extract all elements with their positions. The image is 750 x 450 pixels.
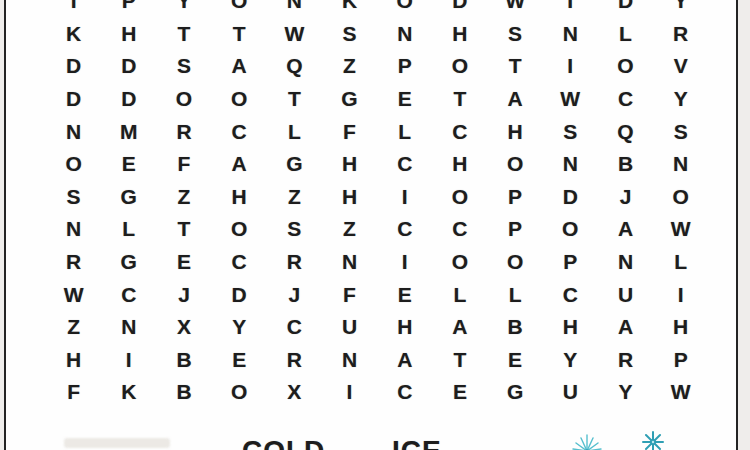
grid-cell-r2c6[interactable]: S [322, 18, 377, 51]
grid-cell-r6c11[interactable]: B [598, 148, 653, 181]
puzzle-sheet: IPYONKODWIDYKHTTWSNHSNLRDDSAQZPOTIOVDDOO… [4, 0, 738, 450]
grid-cell-r2c7[interactable]: N [377, 18, 432, 51]
grid-cell-r4c8[interactable]: T [432, 83, 487, 116]
grid-cell-r11c6[interactable]: U [322, 311, 377, 344]
grid-cell-r1c1[interactable]: I [46, 0, 101, 18]
word-list-item-faded [64, 438, 170, 448]
grid-cell-r1c6[interactable]: K [322, 0, 377, 18]
grid-cell-r7c12[interactable]: O [653, 181, 708, 214]
grid-cell-r11c4[interactable]: Y [212, 311, 267, 344]
grid-cell-r1c11[interactable]: D [598, 0, 653, 18]
grid-cell-r2c3[interactable]: T [156, 18, 211, 51]
grid-cell-r8c1[interactable]: N [46, 213, 101, 246]
snowflake-icon [640, 429, 666, 450]
grid-cell-r7c1[interactable]: S [46, 181, 101, 214]
grid-cell-r10c8[interactable]: L [432, 278, 487, 311]
grid-cell-r8c10[interactable]: O [543, 213, 598, 246]
grid-cell-r5c12[interactable]: S [653, 115, 708, 148]
grid-cell-r7c2[interactable]: G [101, 181, 156, 214]
grid-cell-r7c4[interactable]: H [212, 181, 267, 214]
grid-cell-r8c4[interactable]: O [212, 213, 267, 246]
grid-cell-r6c5[interactable]: G [267, 148, 322, 181]
grid-cell-r4c3[interactable]: O [156, 83, 211, 116]
grid-cell-r10c3[interactable]: J [156, 278, 211, 311]
grid-cell-r13c6[interactable]: I [322, 376, 377, 409]
grid-cell-r9c10[interactable]: P [543, 246, 598, 279]
grid-cell-r1c10[interactable]: I [543, 0, 598, 18]
grid-cell-r7c5[interactable]: Z [267, 181, 322, 214]
grid-cell-r8c12[interactable]: W [653, 213, 708, 246]
grid-cell-r8c11[interactable]: A [598, 213, 653, 246]
grid-cell-r3c7[interactable]: P [377, 50, 432, 83]
grid-cell-r8c5[interactable]: S [267, 213, 322, 246]
grid-cell-r8c9[interactable]: P [488, 213, 543, 246]
grid-cell-r2c11[interactable]: L [598, 18, 653, 51]
grid-cell-r3c12[interactable]: V [653, 50, 708, 83]
grid-cell-r11c12[interactable]: H [653, 311, 708, 344]
grid-cell-r12c4[interactable]: E [212, 344, 267, 377]
grid-cell-r4c4[interactable]: O [212, 83, 267, 116]
grid-cell-r8c6[interactable]: Z [322, 213, 377, 246]
grid-cell-r3c5[interactable]: Q [267, 50, 322, 83]
grid-cell-r4c7[interactable]: E [377, 83, 432, 116]
grid-cell-r7c9[interactable]: P [488, 181, 543, 214]
grid-cell-r1c5[interactable]: N [267, 0, 322, 18]
grid-cell-r13c12[interactable]: W [653, 376, 708, 409]
grid-cell-r5c8[interactable]: C [432, 115, 487, 148]
grid-cell-r5c7[interactable]: L [377, 115, 432, 148]
grid-cell-r10c7[interactable]: E [377, 278, 432, 311]
grid-cell-r6c2[interactable]: E [101, 148, 156, 181]
grid-cell-r1c3[interactable]: Y [156, 0, 211, 18]
grid-cell-r9c6[interactable]: N [322, 246, 377, 279]
grid-cell-r7c6[interactable]: H [322, 181, 377, 214]
grid-cell-r2c4[interactable]: T [212, 18, 267, 51]
grid-cell-r2c5[interactable]: W [267, 18, 322, 51]
grid-cell-r6c3[interactable]: F [156, 148, 211, 181]
grid-cell-r13c11[interactable]: Y [598, 376, 653, 409]
grid-cell-r2c8[interactable]: H [432, 18, 487, 51]
grid-cell-r10c9[interactable]: L [488, 278, 543, 311]
grid-cell-r13c2[interactable]: K [101, 376, 156, 409]
grid-cell-r5c2[interactable]: M [101, 115, 156, 148]
grid-cell-r5c9[interactable]: H [488, 115, 543, 148]
grid-cell-r7c10[interactable]: D [543, 181, 598, 214]
grid-cell-r6c1[interactable]: O [46, 148, 101, 181]
word-list-item-ice: ICE [392, 435, 442, 450]
grid-cell-r3c10[interactable]: I [543, 50, 598, 83]
grid-cell-r11c1[interactable]: Z [46, 311, 101, 344]
grid-cell-r3c1[interactable]: D [46, 50, 101, 83]
grid-cell-r11c8[interactable]: A [432, 311, 487, 344]
grid-cell-r4c11[interactable]: C [598, 83, 653, 116]
grid-cell-r2c2[interactable]: H [101, 18, 156, 51]
grid-cell-r12c2[interactable]: I [101, 344, 156, 377]
grid-cell-r2c10[interactable]: N [543, 18, 598, 51]
grid-cell-r11c7[interactable]: H [377, 311, 432, 344]
grid-cell-r6c6[interactable]: H [322, 148, 377, 181]
grid-cell-r6c12[interactable]: N [653, 148, 708, 181]
grid-cell-r5c5[interactable]: L [267, 115, 322, 148]
grid-cell-r9c9[interactable]: O [488, 246, 543, 279]
word-list-item-cold: COLD [242, 435, 325, 450]
grid-cell-r9c12[interactable]: L [653, 246, 708, 279]
grid-cell-r3c4[interactable]: A [212, 50, 267, 83]
grid-cell-r6c7[interactable]: C [377, 148, 432, 181]
grid-cell-r5c6[interactable]: F [322, 115, 377, 148]
grid-cell-r10c1[interactable]: W [46, 278, 101, 311]
grid-cell-r13c9[interactable]: G [488, 376, 543, 409]
grid-cell-r12c6[interactable]: N [322, 344, 377, 377]
grid-cell-r10c5[interactable]: J [267, 278, 322, 311]
grid-cell-r13c4[interactable]: O [212, 376, 267, 409]
grid-cell-r13c1[interactable]: F [46, 376, 101, 409]
grid-cell-r1c2[interactable]: P [101, 0, 156, 18]
grid-cell-r12c7[interactable]: A [377, 344, 432, 377]
grid-cell-r4c2[interactable]: D [101, 83, 156, 116]
grid-cell-r11c10[interactable]: H [543, 311, 598, 344]
grid-cell-r1c9[interactable]: W [488, 0, 543, 18]
grid-cell-r10c10[interactable]: C [543, 278, 598, 311]
grid-cell-r10c6[interactable]: F [322, 278, 377, 311]
grid-cell-r4c1[interactable]: D [46, 83, 101, 116]
grid-cell-r5c10[interactable]: S [543, 115, 598, 148]
grid-cell-r3c3[interactable]: S [156, 50, 211, 83]
grid-cell-r10c11[interactable]: U [598, 278, 653, 311]
grid-cell-r8c8[interactable]: C [432, 213, 487, 246]
snowflake-icon [570, 431, 606, 450]
grid-cell-r10c12[interactable]: I [653, 278, 708, 311]
grid-cell-r13c10[interactable]: U [543, 376, 598, 409]
grid-cell-r13c7[interactable]: C [377, 376, 432, 409]
grid-cell-r4c5[interactable]: T [267, 83, 322, 116]
grid-cell-r12c12[interactable]: P [653, 344, 708, 377]
grid-cell-r5c4[interactable]: C [212, 115, 267, 148]
grid-cell-r11c3[interactable]: X [156, 311, 211, 344]
grid-cell-r13c3[interactable]: B [156, 376, 211, 409]
grid-cell-r6c4[interactable]: A [212, 148, 267, 181]
grid-cell-r10c2[interactable]: C [101, 278, 156, 311]
grid-cell-r9c4[interactable]: C [212, 246, 267, 279]
grid-cell-r6c9[interactable]: O [488, 148, 543, 181]
grid-cell-r11c9[interactable]: B [488, 311, 543, 344]
grid-cell-r13c8[interactable]: E [432, 376, 487, 409]
grid-cell-r5c1[interactable]: N [46, 115, 101, 148]
grid-cell-r8c7[interactable]: C [377, 213, 432, 246]
grid-cell-r6c10[interactable]: N [543, 148, 598, 181]
grid-cell-r4c12[interactable]: Y [653, 83, 708, 116]
grid-cell-r2c9[interactable]: S [488, 18, 543, 51]
grid-cell-r12c1[interactable]: H [46, 344, 101, 377]
grid-cell-r12c3[interactable]: B [156, 344, 211, 377]
word-search-grid: IPYONKODWIDYKHTTWSNHSNLRDDSAQZPOTIOVDDOO… [46, 0, 708, 409]
grid-cell-r9c3[interactable]: E [156, 246, 211, 279]
grid-cell-r7c8[interactable]: O [432, 181, 487, 214]
grid-cell-r6c8[interactable]: H [432, 148, 487, 181]
grid-cell-r3c6[interactable]: Z [322, 50, 377, 83]
grid-cell-r12c8[interactable]: T [432, 344, 487, 377]
grid-cell-r12c11[interactable]: R [598, 344, 653, 377]
grid-cell-r3c8[interactable]: O [432, 50, 487, 83]
grid-cell-r7c3[interactable]: Z [156, 181, 211, 214]
grid-cell-r9c5[interactable]: R [267, 246, 322, 279]
grid-cell-r11c11[interactable]: A [598, 311, 653, 344]
grid-cell-r13c5[interactable]: X [267, 376, 322, 409]
grid-cell-r9c2[interactable]: G [101, 246, 156, 279]
grid-cell-r3c2[interactable]: D [101, 50, 156, 83]
grid-cell-r9c1[interactable]: R [46, 246, 101, 279]
grid-cell-r1c8[interactable]: D [432, 0, 487, 18]
grid-cell-r2c12[interactable]: R [653, 18, 708, 51]
grid-cell-r7c11[interactable]: J [598, 181, 653, 214]
grid-cell-r7c7[interactable]: I [377, 181, 432, 214]
grid-cell-r4c9[interactable]: A [488, 83, 543, 116]
grid-cell-r2c1[interactable]: K [46, 18, 101, 51]
grid-cell-r8c3[interactable]: T [156, 213, 211, 246]
grid-cell-r12c10[interactable]: Y [543, 344, 598, 377]
grid-cell-r9c11[interactable]: N [598, 246, 653, 279]
grid-cell-r1c4[interactable]: O [212, 0, 267, 18]
grid-cell-r3c11[interactable]: O [598, 50, 653, 83]
grid-cell-r3c9[interactable]: T [488, 50, 543, 83]
grid-cell-r1c7[interactable]: O [377, 0, 432, 18]
worksheet-page: IPYONKODWIDYKHTTWSNHSNLRDDSAQZPOTIOVDDOO… [0, 0, 750, 450]
grid-cell-r4c6[interactable]: G [322, 83, 377, 116]
grid-cell-r11c2[interactable]: N [101, 311, 156, 344]
grid-cell-r1c12[interactable]: Y [653, 0, 708, 18]
grid-cell-r5c3[interactable]: R [156, 115, 211, 148]
grid-cell-r12c9[interactable]: E [488, 344, 543, 377]
grid-cell-r4c10[interactable]: W [543, 83, 598, 116]
grid-cell-r9c7[interactable]: I [377, 246, 432, 279]
grid-cell-r8c2[interactable]: L [101, 213, 156, 246]
grid-cell-r11c5[interactable]: C [267, 311, 322, 344]
grid-cell-r10c4[interactable]: D [212, 278, 267, 311]
grid-cell-r12c5[interactable]: R [267, 344, 322, 377]
grid-cell-r9c8[interactable]: O [432, 246, 487, 279]
grid-cell-r5c11[interactable]: Q [598, 115, 653, 148]
